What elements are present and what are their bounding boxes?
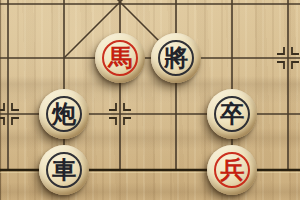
xiangqi-board: 馬將炮卒車兵	[0, 0, 300, 200]
piece-glyph: 兵	[207, 145, 257, 195]
piece-glyph: 卒	[207, 89, 257, 139]
piece-black-general-f8[interactable]: 將	[151, 33, 201, 83]
piece-glyph: 將	[151, 33, 201, 83]
piece-red-soldier-g6[interactable]: 兵	[207, 145, 257, 195]
piece-black-cannon-d7[interactable]: 炮	[39, 89, 89, 139]
piece-glyph: 車	[39, 145, 89, 195]
piece-red-horse-e8[interactable]: 馬	[95, 33, 145, 83]
piece-black-chariot-d6[interactable]: 車	[39, 145, 89, 195]
piece-black-soldier-g7[interactable]: 卒	[207, 89, 257, 139]
piece-glyph: 炮	[39, 89, 89, 139]
piece-glyph: 馬	[95, 33, 145, 83]
